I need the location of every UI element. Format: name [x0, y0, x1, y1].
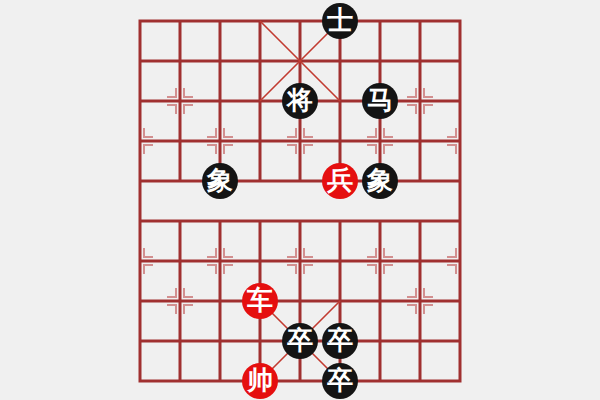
black-soldier[interactable]: 卒: [322, 363, 358, 399]
black-soldier[interactable]: 卒: [322, 323, 358, 359]
red-soldier[interactable]: 兵: [322, 163, 358, 199]
red-general[interactable]: 帅: [242, 363, 278, 399]
black-soldier[interactable]: 卒: [282, 323, 318, 359]
red-chariot[interactable]: 车: [242, 283, 278, 319]
black-horse[interactable]: 马: [362, 83, 398, 119]
black-elephant[interactable]: 象: [202, 163, 238, 199]
black-elephant[interactable]: 象: [362, 163, 398, 199]
black-advisor[interactable]: 士: [322, 3, 358, 39]
board-grid: 士将马象兵象车卒卒帅卒: [120, 1, 480, 400]
xiangqi-screenshot: 士将马象兵象车卒卒帅卒: [0, 0, 600, 400]
black-general[interactable]: 将: [282, 83, 318, 119]
